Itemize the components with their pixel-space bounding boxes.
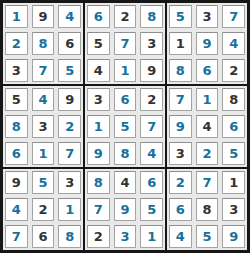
cell-r9c6[interactable]: 1 xyxy=(140,225,163,248)
cell-r1c3[interactable]: 4 xyxy=(58,5,81,28)
cell-r8c6[interactable]: 5 xyxy=(140,198,163,221)
cell-r6c1[interactable]: 6 xyxy=(5,142,28,165)
cell-r7c6[interactable]: 6 xyxy=(140,171,163,194)
cell-r9c1[interactable]: 7 xyxy=(5,225,28,248)
cell-r5c4[interactable]: 1 xyxy=(87,115,110,138)
cell-r1c1[interactable]: 1 xyxy=(5,5,28,28)
cell-r1c6[interactable]: 8 xyxy=(140,5,163,28)
cell-r6c2[interactable]: 1 xyxy=(32,142,55,165)
cell-r4c8[interactable]: 1 xyxy=(196,88,219,111)
cell-r3c2[interactable]: 7 xyxy=(32,59,55,82)
cell-r8c2[interactable]: 2 xyxy=(32,198,55,221)
box-7: 953421768 xyxy=(2,168,84,251)
box-3: 537194862 xyxy=(166,2,248,85)
cell-r9c5[interactable]: 3 xyxy=(114,225,137,248)
cell-r4c6[interactable]: 2 xyxy=(140,88,163,111)
cell-r5c1[interactable]: 8 xyxy=(5,115,28,138)
cell-r8c8[interactable]: 8 xyxy=(196,198,219,221)
cell-r2c5[interactable]: 7 xyxy=(114,32,137,55)
cell-r3c9[interactable]: 2 xyxy=(222,59,245,82)
cell-r4c4[interactable]: 3 xyxy=(87,88,110,111)
cell-r5c9[interactable]: 6 xyxy=(222,115,245,138)
cell-r3c6[interactable]: 9 xyxy=(140,59,163,82)
cell-r5c5[interactable]: 5 xyxy=(114,115,137,138)
cell-r8c4[interactable]: 7 xyxy=(87,198,110,221)
cell-r7c1[interactable]: 9 xyxy=(5,171,28,194)
cell-r7c4[interactable]: 8 xyxy=(87,171,110,194)
cell-r2c7[interactable]: 1 xyxy=(169,32,192,55)
box-1: 194286375 xyxy=(2,2,84,85)
cell-r2c2[interactable]: 8 xyxy=(32,32,55,55)
cell-r8c9[interactable]: 3 xyxy=(222,198,245,221)
cell-r4c1[interactable]: 5 xyxy=(5,88,28,111)
cell-r6c3[interactable]: 7 xyxy=(58,142,81,165)
cell-r3c7[interactable]: 8 xyxy=(169,59,192,82)
cell-r1c7[interactable]: 5 xyxy=(169,5,192,28)
cell-r3c3[interactable]: 5 xyxy=(58,59,81,82)
cell-r5c7[interactable]: 9 xyxy=(169,115,192,138)
cell-r8c3[interactable]: 1 xyxy=(58,198,81,221)
box-5: 362157984 xyxy=(84,85,166,168)
cell-r8c5[interactable]: 9 xyxy=(114,198,137,221)
cell-r7c5[interactable]: 4 xyxy=(114,171,137,194)
cell-r6c5[interactable]: 8 xyxy=(114,142,137,165)
cell-r2c9[interactable]: 4 xyxy=(222,32,245,55)
cell-r4c5[interactable]: 6 xyxy=(114,88,137,111)
cell-r1c4[interactable]: 6 xyxy=(87,5,110,28)
cell-r7c8[interactable]: 7 xyxy=(196,171,219,194)
box-9: 271683459 xyxy=(166,168,248,251)
cell-r2c8[interactable]: 9 xyxy=(196,32,219,55)
cell-r7c3[interactable]: 3 xyxy=(58,171,81,194)
cell-r9c8[interactable]: 5 xyxy=(196,225,219,248)
cell-r9c7[interactable]: 4 xyxy=(169,225,192,248)
cell-r2c3[interactable]: 6 xyxy=(58,32,81,55)
cell-r6c7[interactable]: 3 xyxy=(169,142,192,165)
cell-r5c2[interactable]: 3 xyxy=(32,115,55,138)
cell-r3c1[interactable]: 3 xyxy=(5,59,28,82)
cell-r9c3[interactable]: 8 xyxy=(58,225,81,248)
cell-r4c2[interactable]: 4 xyxy=(32,88,55,111)
cell-r4c7[interactable]: 7 xyxy=(169,88,192,111)
cell-r1c5[interactable]: 2 xyxy=(114,5,137,28)
cell-r9c2[interactable]: 6 xyxy=(32,225,55,248)
cell-r1c9[interactable]: 7 xyxy=(222,5,245,28)
cell-r8c1[interactable]: 4 xyxy=(5,198,28,221)
cell-r3c8[interactable]: 6 xyxy=(196,59,219,82)
cell-r4c3[interactable]: 9 xyxy=(58,88,81,111)
cell-r3c4[interactable]: 4 xyxy=(87,59,110,82)
cell-r5c8[interactable]: 4 xyxy=(196,115,219,138)
cell-r2c1[interactable]: 2 xyxy=(5,32,28,55)
cell-r1c8[interactable]: 3 xyxy=(196,5,219,28)
box-2: 628573419 xyxy=(84,2,166,85)
cell-r6c6[interactable]: 4 xyxy=(140,142,163,165)
cell-r7c7[interactable]: 2 xyxy=(169,171,192,194)
cell-r4c9[interactable]: 8 xyxy=(222,88,245,111)
cell-r5c6[interactable]: 7 xyxy=(140,115,163,138)
cell-r6c9[interactable]: 5 xyxy=(222,142,245,165)
cell-r5c3[interactable]: 2 xyxy=(58,115,81,138)
cell-r2c4[interactable]: 5 xyxy=(87,32,110,55)
cell-r8c7[interactable]: 6 xyxy=(169,198,192,221)
cell-r6c8[interactable]: 2 xyxy=(196,142,219,165)
cell-r6c4[interactable]: 9 xyxy=(87,142,110,165)
cell-r7c2[interactable]: 5 xyxy=(32,171,55,194)
box-8: 846795231 xyxy=(84,168,166,251)
cell-r9c4[interactable]: 2 xyxy=(87,225,110,248)
box-6: 718946325 xyxy=(166,85,248,168)
cell-r7c9[interactable]: 1 xyxy=(222,171,245,194)
cell-r3c5[interactable]: 1 xyxy=(114,59,137,82)
sudoku-board: 1942863756285734195371948625498326173621… xyxy=(0,0,250,253)
cell-r9c9[interactable]: 9 xyxy=(222,225,245,248)
cell-r1c2[interactable]: 9 xyxy=(32,5,55,28)
cell-r2c6[interactable]: 3 xyxy=(140,32,163,55)
box-4: 549832617 xyxy=(2,85,84,168)
